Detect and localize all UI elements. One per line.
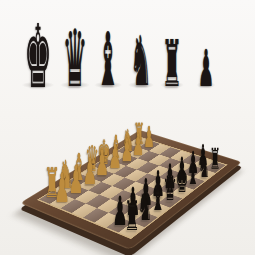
- lineup-black-knight: ♞: [130, 27, 152, 96]
- lineup-black-king: ♚: [24, 12, 52, 99]
- lineup-black-queen: ♛: [63, 19, 88, 98]
- lineup-black-bishop: ♝: [96, 23, 119, 97]
- lineup-black-pawn: ♟: [198, 43, 214, 94]
- piece-white-pawn-a2: ♟: [55, 168, 71, 209]
- piece-black-queen-d8: ♛: [163, 172, 177, 208]
- chess-set-photo: ♚♛♝♞♜♟ ♜♞♝♛♚♝♞♜♟♟♟♟♟♟♟♟♟♟♟♟♟♟♟♟♜♞♝♛♚♝♞♜: [0, 0, 255, 255]
- piece-black-rook-h8: ♜: [209, 144, 220, 173]
- piece-black-bishop-c8: ♝: [151, 180, 165, 217]
- piece-black-rook-a8: ♜: [124, 196, 140, 237]
- piece-white-pawn-e2: ♟: [108, 140, 121, 174]
- piece-white-pawn-h2: ♟: [144, 122, 155, 151]
- lineup-black-rook: ♜: [162, 32, 182, 96]
- piece-white-pawn-d2: ♟: [96, 147, 110, 183]
- piece-white-pawn-f2: ♟: [120, 134, 132, 166]
- piece-white-pawn-g2: ♟: [132, 128, 144, 159]
- piece-black-bishop-f8: ♝: [187, 157, 199, 189]
- piece-white-pawn-b2: ♟: [69, 161, 84, 200]
- piece-black-knight-g8: ♞: [198, 150, 210, 181]
- piece-white-pawn-c2: ♟: [82, 154, 96, 191]
- piece-black-king-e8: ♚: [175, 164, 188, 198]
